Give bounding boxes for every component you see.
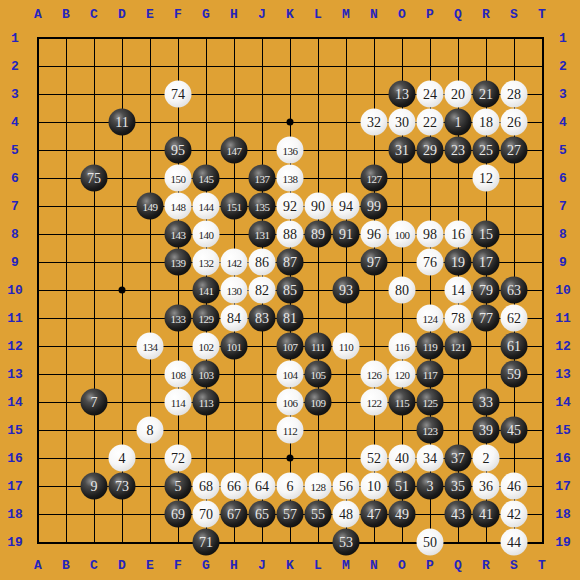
stone-white-P4[interactable]: 22 xyxy=(417,109,444,136)
stone-white-S17[interactable]: 46 xyxy=(501,473,528,500)
column-label-bottom-O: O xyxy=(398,559,406,572)
stone-black-K9[interactable]: 87 xyxy=(277,249,304,276)
hoshi-point-D10 xyxy=(119,287,126,294)
stone-white-N14[interactable]: 122 xyxy=(361,389,388,416)
row-label-left-7: 7 xyxy=(11,200,19,213)
stone-white-S11[interactable]: 62 xyxy=(501,305,528,332)
stone-white-G12[interactable]: 102 xyxy=(193,333,220,360)
stone-white-K7[interactable]: 92 xyxy=(277,193,304,220)
stone-black-F5[interactable]: 95 xyxy=(165,137,192,164)
row-label-right-2: 2 xyxy=(559,60,567,73)
stone-white-O13[interactable]: 120 xyxy=(389,361,416,388)
stone-white-K14[interactable]: 106 xyxy=(277,389,304,416)
stone-white-E12[interactable]: 134 xyxy=(137,333,164,360)
stone-white-G9[interactable]: 132 xyxy=(193,249,220,276)
stone-white-K6[interactable]: 138 xyxy=(277,165,304,192)
stone-black-O14[interactable]: 115 xyxy=(389,389,416,416)
stone-black-H5[interactable]: 147 xyxy=(221,137,248,164)
column-label-bottom-A: A xyxy=(34,559,42,572)
stone-white-G17[interactable]: 68 xyxy=(193,473,220,500)
column-label-top-F: F xyxy=(174,8,182,21)
stone-white-P16[interactable]: 34 xyxy=(417,445,444,472)
row-label-right-15: 15 xyxy=(555,424,571,437)
column-label-bottom-B: B xyxy=(62,559,70,572)
column-label-bottom-P: P xyxy=(426,559,434,572)
stone-white-K13[interactable]: 104 xyxy=(277,361,304,388)
stone-black-P15[interactable]: 123 xyxy=(417,417,444,444)
column-label-bottom-J: J xyxy=(258,559,266,572)
stone-white-K5[interactable]: 136 xyxy=(277,137,304,164)
row-label-right-10: 10 xyxy=(555,284,571,297)
stone-black-O18[interactable]: 49 xyxy=(389,501,416,528)
stone-black-F18[interactable]: 69 xyxy=(165,501,192,528)
stone-black-F11[interactable]: 133 xyxy=(165,305,192,332)
stone-black-K18[interactable]: 57 xyxy=(277,501,304,528)
stone-black-J18[interactable]: 65 xyxy=(249,501,276,528)
stone-white-O4[interactable]: 30 xyxy=(389,109,416,136)
column-label-bottom-T: T xyxy=(538,559,546,572)
stone-black-K12[interactable]: 107 xyxy=(277,333,304,360)
row-label-left-12: 12 xyxy=(7,340,23,353)
stone-white-H9[interactable]: 142 xyxy=(221,249,248,276)
stone-white-G7[interactable]: 144 xyxy=(193,193,220,220)
column-label-top-A: A xyxy=(34,8,42,21)
stone-black-G13[interactable]: 103 xyxy=(193,361,220,388)
column-label-top-G: G xyxy=(202,8,210,21)
column-label-bottom-R: R xyxy=(482,559,490,572)
stone-black-N18[interactable]: 47 xyxy=(361,501,388,528)
stone-white-S4[interactable]: 26 xyxy=(501,109,528,136)
stone-white-O16[interactable]: 40 xyxy=(389,445,416,472)
stone-black-D4[interactable]: 11 xyxy=(109,109,136,136)
column-label-top-M: M xyxy=(342,8,350,21)
stone-white-Q3[interactable]: 20 xyxy=(445,81,472,108)
stone-black-N7[interactable]: 99 xyxy=(361,193,388,220)
stone-black-Q12[interactable]: 121 xyxy=(445,333,472,360)
stone-white-K15[interactable]: 112 xyxy=(277,417,304,444)
column-label-top-O: O xyxy=(398,8,406,21)
row-label-right-3: 3 xyxy=(559,88,567,101)
stone-white-P19[interactable]: 50 xyxy=(417,529,444,556)
stone-white-N17[interactable]: 10 xyxy=(361,473,388,500)
stone-white-M18[interactable]: 48 xyxy=(333,501,360,528)
stone-black-G11[interactable]: 129 xyxy=(193,305,220,332)
row-label-right-9: 9 xyxy=(559,256,567,269)
stone-white-R6[interactable]: 12 xyxy=(473,165,500,192)
stone-white-F3[interactable]: 74 xyxy=(165,81,192,108)
stone-black-R9[interactable]: 17 xyxy=(473,249,500,276)
stone-black-R15[interactable]: 39 xyxy=(473,417,500,444)
stone-black-R14[interactable]: 33 xyxy=(473,389,500,416)
stone-black-K11[interactable]: 81 xyxy=(277,305,304,332)
hoshi-point-K4 xyxy=(287,119,294,126)
row-label-right-6: 6 xyxy=(559,172,567,185)
row-label-right-5: 5 xyxy=(559,144,567,157)
stone-black-H12[interactable]: 101 xyxy=(221,333,248,360)
stone-white-M7[interactable]: 94 xyxy=(333,193,360,220)
stone-black-L14[interactable]: 109 xyxy=(305,389,332,416)
row-label-left-17: 17 xyxy=(7,480,23,493)
stone-black-E7[interactable]: 149 xyxy=(137,193,164,220)
stone-white-P3[interactable]: 24 xyxy=(417,81,444,108)
column-label-top-N: N xyxy=(370,8,378,21)
stone-black-M19[interactable]: 53 xyxy=(333,529,360,556)
stone-black-R10[interactable]: 79 xyxy=(473,277,500,304)
stone-black-J11[interactable]: 83 xyxy=(249,305,276,332)
row-label-left-18: 18 xyxy=(7,508,23,521)
column-label-bottom-L: L xyxy=(314,559,322,572)
row-label-left-9: 9 xyxy=(11,256,19,269)
stone-black-O5[interactable]: 31 xyxy=(389,137,416,164)
stone-black-Q9[interactable]: 19 xyxy=(445,249,472,276)
stone-black-F9[interactable]: 139 xyxy=(165,249,192,276)
stone-white-O8[interactable]: 100 xyxy=(389,221,416,248)
row-label-right-14: 14 xyxy=(555,396,571,409)
stone-black-F17[interactable]: 5 xyxy=(165,473,192,500)
stone-black-S12[interactable]: 61 xyxy=(501,333,528,360)
row-label-left-15: 15 xyxy=(7,424,23,437)
stone-black-F8[interactable]: 143 xyxy=(165,221,192,248)
stone-white-S3[interactable]: 28 xyxy=(501,81,528,108)
row-label-left-13: 13 xyxy=(7,368,23,381)
row-label-left-4: 4 xyxy=(11,116,19,129)
stone-black-R8[interactable]: 15 xyxy=(473,221,500,248)
stone-black-J7[interactable]: 135 xyxy=(249,193,276,220)
stone-black-S10[interactable]: 63 xyxy=(501,277,528,304)
stone-white-Q11[interactable]: 78 xyxy=(445,305,472,332)
stone-white-S19[interactable]: 44 xyxy=(501,529,528,556)
stone-black-R11[interactable]: 77 xyxy=(473,305,500,332)
row-label-right-13: 13 xyxy=(555,368,571,381)
stone-black-P17[interactable]: 3 xyxy=(417,473,444,500)
stone-white-H11[interactable]: 84 xyxy=(221,305,248,332)
column-label-top-L: L xyxy=(314,8,322,21)
stone-black-R18[interactable]: 41 xyxy=(473,501,500,528)
column-label-bottom-D: D xyxy=(118,559,126,572)
stone-black-G6[interactable]: 145 xyxy=(193,165,220,192)
stone-black-S15[interactable]: 45 xyxy=(501,417,528,444)
stone-black-R3[interactable]: 21 xyxy=(473,81,500,108)
row-label-right-12: 12 xyxy=(555,340,571,353)
row-label-right-7: 7 xyxy=(559,200,567,213)
stone-white-P11[interactable]: 124 xyxy=(417,305,444,332)
column-label-top-J: J xyxy=(258,8,266,21)
stone-white-O10[interactable]: 80 xyxy=(389,277,416,304)
column-label-top-T: T xyxy=(538,8,546,21)
stone-black-L18[interactable]: 55 xyxy=(305,501,332,528)
column-label-top-C: C xyxy=(90,8,98,21)
row-label-right-11: 11 xyxy=(555,312,571,325)
column-label-bottom-Q: Q xyxy=(454,559,462,572)
stone-white-N8[interactable]: 96 xyxy=(361,221,388,248)
stone-black-H7[interactable]: 151 xyxy=(221,193,248,220)
stone-white-Q8[interactable]: 16 xyxy=(445,221,472,248)
stone-white-L17[interactable]: 128 xyxy=(305,473,332,500)
grid-line-vertical xyxy=(542,38,543,543)
row-label-right-16: 16 xyxy=(555,452,571,465)
column-label-bottom-H: H xyxy=(230,559,238,572)
column-label-bottom-G: G xyxy=(202,559,210,572)
row-label-left-2: 2 xyxy=(11,60,19,73)
stone-white-O12[interactable]: 116 xyxy=(389,333,416,360)
stone-white-F13[interactable]: 108 xyxy=(165,361,192,388)
stone-black-P5[interactable]: 29 xyxy=(417,137,444,164)
stone-black-O17[interactable]: 51 xyxy=(389,473,416,500)
hoshi-point-K16 xyxy=(287,455,294,462)
column-label-bottom-N: N xyxy=(370,559,378,572)
stone-white-N16[interactable]: 52 xyxy=(361,445,388,472)
stone-white-H10[interactable]: 130 xyxy=(221,277,248,304)
row-label-right-4: 4 xyxy=(559,116,567,129)
row-label-left-5: 5 xyxy=(11,144,19,157)
stone-white-K8[interactable]: 88 xyxy=(277,221,304,248)
stone-white-M12[interactable]: 110 xyxy=(333,333,360,360)
stone-white-J9[interactable]: 86 xyxy=(249,249,276,276)
stone-black-G10[interactable]: 141 xyxy=(193,277,220,304)
column-label-top-Q: Q xyxy=(454,8,462,21)
stone-white-F16[interactable]: 72 xyxy=(165,445,192,472)
stone-black-N9[interactable]: 97 xyxy=(361,249,388,276)
stone-black-G19[interactable]: 71 xyxy=(193,529,220,556)
stone-white-P8[interactable]: 98 xyxy=(417,221,444,248)
stone-white-F7[interactable]: 148 xyxy=(165,193,192,220)
row-label-right-8: 8 xyxy=(559,228,567,241)
column-label-top-D: D xyxy=(118,8,126,21)
stone-black-P12[interactable]: 119 xyxy=(417,333,444,360)
column-label-bottom-K: K xyxy=(286,559,294,572)
stone-black-S5[interactable]: 27 xyxy=(501,137,528,164)
stone-white-E15[interactable]: 8 xyxy=(137,417,164,444)
stone-white-S18[interactable]: 42 xyxy=(501,501,528,528)
column-label-top-K: K xyxy=(286,8,294,21)
stone-white-J17[interactable]: 64 xyxy=(249,473,276,500)
grid-line-vertical xyxy=(318,38,319,543)
stone-black-L8[interactable]: 89 xyxy=(305,221,332,248)
stone-black-L12[interactable]: 111 xyxy=(305,333,332,360)
stone-black-K10[interactable]: 85 xyxy=(277,277,304,304)
stone-black-Q5[interactable]: 23 xyxy=(445,137,472,164)
row-label-left-3: 3 xyxy=(11,88,19,101)
row-label-left-11: 11 xyxy=(7,312,23,325)
row-label-right-19: 19 xyxy=(555,536,571,549)
stone-white-G8[interactable]: 140 xyxy=(193,221,220,248)
stone-white-R16[interactable]: 2 xyxy=(473,445,500,472)
stone-white-R17[interactable]: 36 xyxy=(473,473,500,500)
go-board: AABBCCDDEEFFGGHHJJKKLLMMNNOOPPQQRRSSTT11… xyxy=(0,0,580,580)
row-label-left-16: 16 xyxy=(7,452,23,465)
stone-white-N4[interactable]: 32 xyxy=(361,109,388,136)
stone-black-Q17[interactable]: 35 xyxy=(445,473,472,500)
stone-white-K17[interactable]: 6 xyxy=(277,473,304,500)
stone-black-O3[interactable]: 13 xyxy=(389,81,416,108)
stone-black-P13[interactable]: 117 xyxy=(417,361,444,388)
stone-black-C17[interactable]: 9 xyxy=(81,473,108,500)
grid-line-horizontal xyxy=(38,542,543,543)
row-label-right-1: 1 xyxy=(559,32,567,45)
column-label-top-S: S xyxy=(510,8,518,21)
stone-black-L13[interactable]: 105 xyxy=(305,361,332,388)
column-label-top-P: P xyxy=(426,8,434,21)
row-label-right-18: 18 xyxy=(555,508,571,521)
column-label-top-H: H xyxy=(230,8,238,21)
column-label-top-E: E xyxy=(146,8,154,21)
stone-white-J10[interactable]: 82 xyxy=(249,277,276,304)
row-label-left-1: 1 xyxy=(11,32,19,45)
row-label-left-14: 14 xyxy=(7,396,23,409)
column-label-bottom-F: F xyxy=(174,559,182,572)
row-label-left-6: 6 xyxy=(11,172,19,185)
stone-black-P14[interactable]: 125 xyxy=(417,389,444,416)
stone-black-S13[interactable]: 59 xyxy=(501,361,528,388)
stone-white-H17[interactable]: 66 xyxy=(221,473,248,500)
stone-white-N13[interactable]: 126 xyxy=(361,361,388,388)
stone-black-G14[interactable]: 113 xyxy=(193,389,220,416)
column-label-bottom-S: S xyxy=(510,559,518,572)
stone-white-P9[interactable]: 76 xyxy=(417,249,444,276)
stone-black-H18[interactable]: 67 xyxy=(221,501,248,528)
row-label-right-17: 17 xyxy=(555,480,571,493)
stone-black-C14[interactable]: 7 xyxy=(81,389,108,416)
column-label-top-R: R xyxy=(482,8,490,21)
stone-black-M10[interactable]: 93 xyxy=(333,277,360,304)
stone-black-C6[interactable]: 75 xyxy=(81,165,108,192)
stone-white-F14[interactable]: 114 xyxy=(165,389,192,416)
stone-white-D16[interactable]: 4 xyxy=(109,445,136,472)
stone-black-Q18[interactable]: 43 xyxy=(445,501,472,528)
stone-black-J8[interactable]: 131 xyxy=(249,221,276,248)
stone-white-R4[interactable]: 18 xyxy=(473,109,500,136)
stone-white-Q10[interactable]: 14 xyxy=(445,277,472,304)
stone-black-J6[interactable]: 137 xyxy=(249,165,276,192)
stone-white-L7[interactable]: 90 xyxy=(305,193,332,220)
stone-white-F6[interactable]: 150 xyxy=(165,165,192,192)
row-label-left-8: 8 xyxy=(11,228,19,241)
column-label-bottom-C: C xyxy=(90,559,98,572)
column-label-top-B: B xyxy=(62,8,70,21)
column-label-bottom-M: M xyxy=(342,559,350,572)
stone-white-G18[interactable]: 70 xyxy=(193,501,220,528)
stone-black-Q16[interactable]: 37 xyxy=(445,445,472,472)
row-label-left-19: 19 xyxy=(7,536,23,549)
stone-black-R5[interactable]: 25 xyxy=(473,137,500,164)
stone-black-Q4[interactable]: 1 xyxy=(445,109,472,136)
column-label-bottom-E: E xyxy=(146,559,154,572)
stone-black-N6[interactable]: 127 xyxy=(361,165,388,192)
stone-white-M17[interactable]: 56 xyxy=(333,473,360,500)
stone-black-D17[interactable]: 73 xyxy=(109,473,136,500)
stone-black-M8[interactable]: 91 xyxy=(333,221,360,248)
row-label-left-10: 10 xyxy=(7,284,23,297)
